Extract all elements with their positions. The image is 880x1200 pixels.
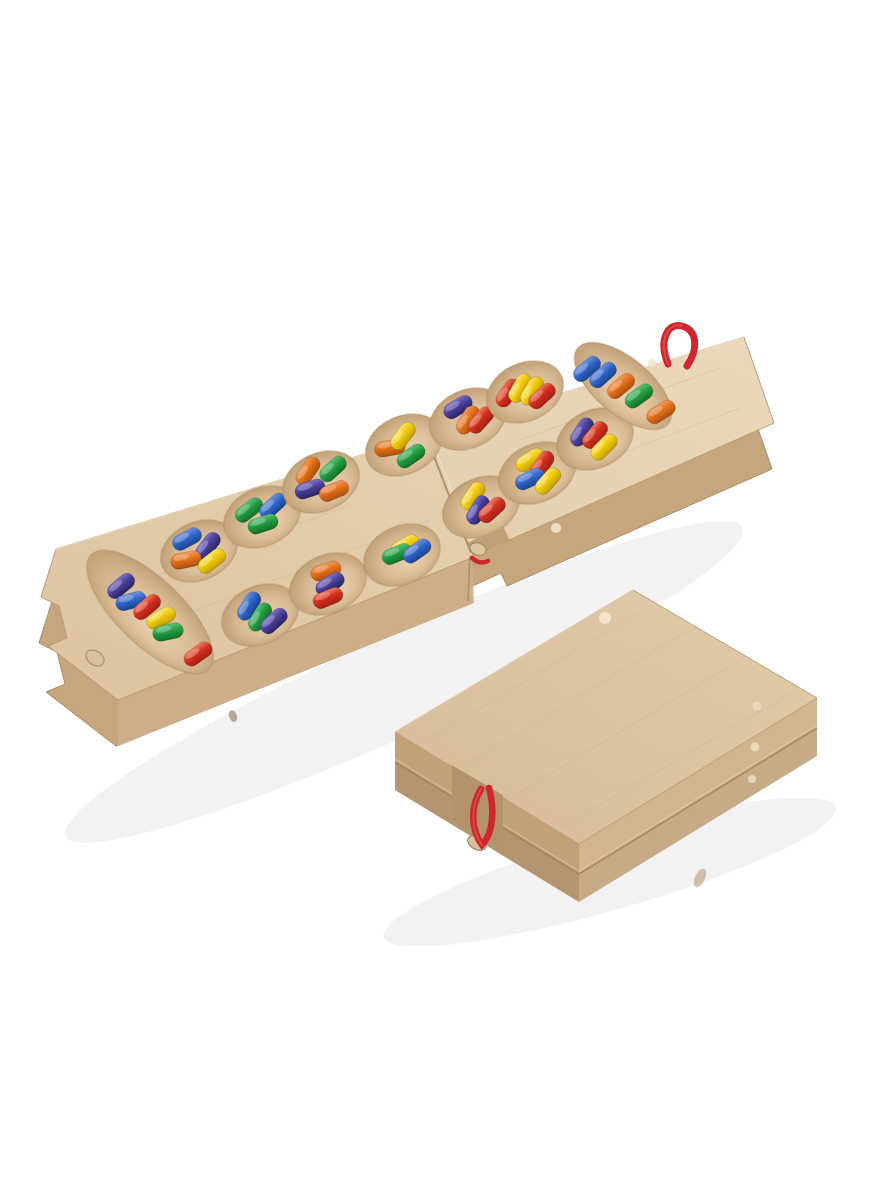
- dowel-dot: [599, 612, 611, 624]
- dowel-dot: [748, 775, 756, 783]
- mancala-scene: [0, 0, 880, 1200]
- dowel-dot: [753, 702, 762, 711]
- dowel-dot: [648, 359, 656, 367]
- dowel-dot: [551, 523, 561, 533]
- product-photo-mancala: [0, 0, 880, 1200]
- dowel-dot: [751, 743, 760, 752]
